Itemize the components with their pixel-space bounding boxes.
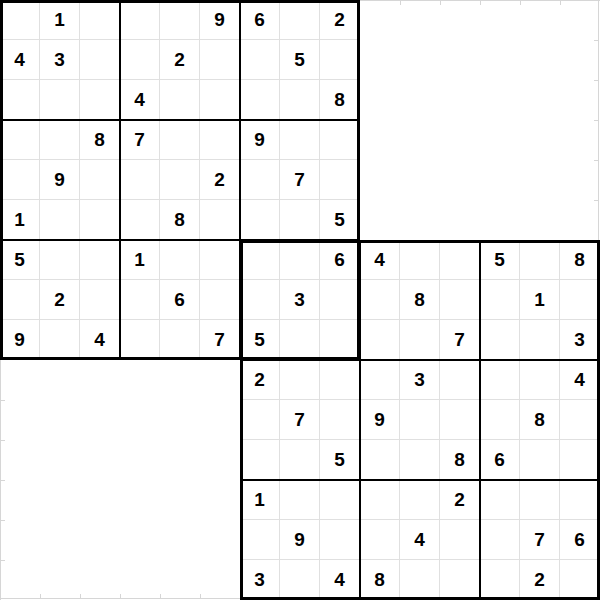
cell-r2c14	[520, 40, 560, 80]
cell-r8c7[interactable]	[240, 280, 280, 320]
box-border-hline	[240, 359, 600, 361]
cell-r13c9[interactable]	[320, 480, 360, 520]
cell-r9c15[interactable]: 3	[560, 320, 600, 360]
cell-r4c14	[520, 120, 560, 160]
cell-r5c14	[520, 160, 560, 200]
cell-r1c7[interactable]: 6	[240, 0, 280, 40]
cell-r1c5[interactable]	[160, 0, 200, 40]
cell-r3c8[interactable]	[280, 80, 320, 120]
cell-r3c5[interactable]	[160, 80, 200, 120]
cell-r5c4[interactable]	[120, 160, 160, 200]
cell-r10c7[interactable]: 2	[240, 360, 280, 400]
cell-r11c13[interactable]	[480, 400, 520, 440]
box-border-vline	[359, 240, 361, 600]
cell-r9c2[interactable]	[40, 320, 80, 360]
cell-r7c1[interactable]: 5	[0, 240, 40, 280]
cell-r2c10	[360, 40, 400, 80]
cell-r1c12	[440, 0, 480, 40]
cell-r3c4[interactable]: 4	[120, 80, 160, 120]
cell-r15c5	[160, 560, 200, 600]
cell-r9c13[interactable]	[480, 320, 520, 360]
cell-r3c1[interactable]	[0, 80, 40, 120]
cell-r4c7[interactable]: 9	[240, 120, 280, 160]
cell-r1c11	[400, 0, 440, 40]
cell-r6c10	[360, 200, 400, 240]
cell-r11c12[interactable]	[440, 400, 480, 440]
cell-r2c6[interactable]	[200, 40, 240, 80]
cell-r5c6[interactable]: 2	[200, 160, 240, 200]
cell-r7c3[interactable]	[80, 240, 120, 280]
cell-r9c12[interactable]: 7	[440, 320, 480, 360]
cell-r8c3[interactable]	[80, 280, 120, 320]
cell-r12c13[interactable]: 6	[480, 440, 520, 480]
cell-r13c2	[40, 480, 80, 520]
cell-r10c12[interactable]	[440, 360, 480, 400]
cell-r8c5[interactable]: 6	[160, 280, 200, 320]
cell-r9c6[interactable]: 7	[200, 320, 240, 360]
cell-r13c12[interactable]: 2	[440, 480, 480, 520]
cell-r1c1[interactable]	[0, 0, 40, 40]
cell-r6c2[interactable]	[40, 200, 80, 240]
cell-r10c8[interactable]	[280, 360, 320, 400]
cell-r2c15	[560, 40, 600, 80]
cell-r8c11[interactable]: 8	[400, 280, 440, 320]
cell-r12c1	[0, 440, 40, 480]
cell-r12c4	[120, 440, 160, 480]
sudoku-board: 1962432548879927185516458263819475732347…	[0, 0, 600, 600]
cell-r6c12	[440, 200, 480, 240]
cell-r12c14[interactable]	[520, 440, 560, 480]
cell-r3c14	[520, 80, 560, 120]
cell-r3c11	[400, 80, 440, 120]
cell-r11c11[interactable]	[400, 400, 440, 440]
cell-r13c6	[200, 480, 240, 520]
cell-r5c3[interactable]	[80, 160, 120, 200]
cell-r12c7[interactable]	[240, 440, 280, 480]
cell-r11c7[interactable]	[240, 400, 280, 440]
cell-r11c14[interactable]: 8	[520, 400, 560, 440]
cell-r14c11[interactable]: 4	[400, 520, 440, 560]
cell-r8c8[interactable]: 3	[280, 280, 320, 320]
cell-r14c8[interactable]: 9	[280, 520, 320, 560]
cell-r4c11	[400, 120, 440, 160]
cell-r14c10[interactable]	[360, 520, 400, 560]
cell-r14c4	[120, 520, 160, 560]
cell-r11c6	[200, 400, 240, 440]
cell-r1c14	[520, 0, 560, 40]
cell-r9c14[interactable]	[520, 320, 560, 360]
cell-r10c1	[0, 360, 40, 400]
cell-r13c3	[80, 480, 120, 520]
cell-r4c1[interactable]	[0, 120, 40, 160]
cell-r6c15	[560, 200, 600, 240]
cell-r15c4	[120, 560, 160, 600]
cell-r4c15	[560, 120, 600, 160]
cell-r11c4	[120, 400, 160, 440]
cell-r1c4[interactable]	[120, 0, 160, 40]
cell-r11c2	[40, 400, 80, 440]
cell-r3c13	[480, 80, 520, 120]
cell-r6c14	[520, 200, 560, 240]
cell-r15c3	[80, 560, 120, 600]
cell-r4c3[interactable]: 8	[80, 120, 120, 160]
cell-r2c13	[480, 40, 520, 80]
cell-r3c9[interactable]: 8	[320, 80, 360, 120]
cell-r8c1[interactable]	[0, 280, 40, 320]
cell-r14c12[interactable]	[440, 520, 480, 560]
cell-r14c1	[0, 520, 40, 560]
cell-r10c2	[40, 360, 80, 400]
cell-r9c1[interactable]: 9	[0, 320, 40, 360]
cell-r10c14[interactable]	[520, 360, 560, 400]
cell-r9c5[interactable]	[160, 320, 200, 360]
cell-r8c9[interactable]	[320, 280, 360, 320]
cell-r11c8[interactable]: 7	[280, 400, 320, 440]
cell-r15c8[interactable]	[280, 560, 320, 600]
cell-r2c2[interactable]: 3	[40, 40, 80, 80]
cell-r4c5[interactable]	[160, 120, 200, 160]
cell-r9c10[interactable]	[360, 320, 400, 360]
box-border-vline	[119, 0, 121, 360]
cell-r12c9[interactable]: 5	[320, 440, 360, 480]
cell-r7c6[interactable]	[200, 240, 240, 280]
cell-r1c6[interactable]: 9	[200, 0, 240, 40]
cell-r4c8[interactable]	[280, 120, 320, 160]
cell-r15c15[interactable]	[560, 560, 600, 600]
cell-r10c9[interactable]	[320, 360, 360, 400]
cell-r14c2	[40, 520, 80, 560]
cell-r4c12	[440, 120, 480, 160]
cell-r6c9[interactable]: 5	[320, 200, 360, 240]
cell-r6c1[interactable]: 1	[0, 200, 40, 240]
cell-r3c10	[360, 80, 400, 120]
cell-r7c4[interactable]: 1	[120, 240, 160, 280]
cell-r5c12	[440, 160, 480, 200]
cell-r5c9[interactable]	[320, 160, 360, 200]
cell-r12c15[interactable]	[560, 440, 600, 480]
cell-r11c3	[80, 400, 120, 440]
cell-r2c3[interactable]	[80, 40, 120, 80]
cell-r7c8[interactable]	[280, 240, 320, 280]
cell-r9c7[interactable]: 5	[240, 320, 280, 360]
cell-r13c5	[160, 480, 200, 520]
cell-r13c7[interactable]: 1	[240, 480, 280, 520]
cell-r10c10[interactable]	[360, 360, 400, 400]
cell-r10c15[interactable]: 4	[560, 360, 600, 400]
box-border-hline	[240, 479, 600, 481]
cell-r15c10[interactable]: 8	[360, 560, 400, 600]
cell-r11c10[interactable]: 9	[360, 400, 400, 440]
cell-r15c6	[200, 560, 240, 600]
cell-r1c9[interactable]: 2	[320, 0, 360, 40]
cell-r5c10	[360, 160, 400, 200]
box-border-vline	[240, 240, 243, 600]
cell-r8c12[interactable]	[440, 280, 480, 320]
cell-r7c5[interactable]	[160, 240, 200, 280]
sudoku-page: 1962432548879927185516458263819475732347…	[0, 0, 600, 600]
cell-r4c2[interactable]	[40, 120, 80, 160]
cell-r13c14[interactable]	[520, 480, 560, 520]
cell-r12c2	[40, 440, 80, 480]
cell-r12c12[interactable]: 8	[440, 440, 480, 480]
cell-r15c2	[40, 560, 80, 600]
cell-r15c13[interactable]	[480, 560, 520, 600]
cell-r4c6[interactable]	[200, 120, 240, 160]
cell-r1c8[interactable]	[280, 0, 320, 40]
cell-r6c7[interactable]	[240, 200, 280, 240]
cell-r7c11[interactable]	[400, 240, 440, 280]
box-border-vline	[0, 0, 3, 360]
cell-r5c2[interactable]: 9	[40, 160, 80, 200]
cell-r2c11	[400, 40, 440, 80]
box-border-hline	[0, 0, 360, 3]
cell-r13c1	[0, 480, 40, 520]
cell-r2c9[interactable]	[320, 40, 360, 80]
cell-r6c13	[480, 200, 520, 240]
cell-r12c6	[200, 440, 240, 480]
cell-r15c14[interactable]: 2	[520, 560, 560, 600]
cell-r3c2[interactable]	[40, 80, 80, 120]
cell-r7c7[interactable]	[240, 240, 280, 280]
cell-r10c11[interactable]: 3	[400, 360, 440, 400]
cell-r9c8[interactable]	[280, 320, 320, 360]
cell-r3c7[interactable]	[240, 80, 280, 120]
cell-r2c8[interactable]: 5	[280, 40, 320, 80]
cell-r8c6[interactable]	[200, 280, 240, 320]
cell-r13c4	[120, 480, 160, 520]
cell-r14c6	[200, 520, 240, 560]
cell-r4c9[interactable]	[320, 120, 360, 160]
cell-r5c11	[400, 160, 440, 200]
cell-r6c3[interactable]	[80, 200, 120, 240]
cell-r10c3	[80, 360, 120, 400]
cell-r6c8[interactable]	[280, 200, 320, 240]
cell-r4c4[interactable]: 7	[120, 120, 160, 160]
cell-r2c1[interactable]: 4	[0, 40, 40, 80]
cell-r2c7[interactable]	[240, 40, 280, 80]
cell-r15c7[interactable]: 3	[240, 560, 280, 600]
cell-r9c3[interactable]: 4	[80, 320, 120, 360]
cell-r4c10	[360, 120, 400, 160]
cell-r5c5[interactable]	[160, 160, 200, 200]
cell-r8c4[interactable]	[120, 280, 160, 320]
cell-r1c10	[360, 0, 400, 40]
cell-r6c5[interactable]: 8	[160, 200, 200, 240]
cell-r15c12[interactable]	[440, 560, 480, 600]
cell-r13c8[interactable]	[280, 480, 320, 520]
cell-r13c11[interactable]	[400, 480, 440, 520]
cell-r6c11	[400, 200, 440, 240]
cell-r3c12	[440, 80, 480, 120]
cell-r14c15[interactable]: 6	[560, 520, 600, 560]
cell-r14c13[interactable]	[480, 520, 520, 560]
cell-r7c9[interactable]: 6	[320, 240, 360, 280]
cell-r8c2[interactable]: 2	[40, 280, 80, 320]
cell-r14c14[interactable]: 7	[520, 520, 560, 560]
cell-r3c3[interactable]	[80, 80, 120, 120]
cell-r2c4[interactable]	[120, 40, 160, 80]
cell-r8c13[interactable]	[480, 280, 520, 320]
cell-r10c5	[160, 360, 200, 400]
cell-r10c4	[120, 360, 160, 400]
cell-r6c4[interactable]	[120, 200, 160, 240]
cell-r9c9[interactable]	[320, 320, 360, 360]
cell-r1c3[interactable]	[80, 0, 120, 40]
box-border-hline	[0, 119, 360, 121]
cell-r12c8[interactable]	[280, 440, 320, 480]
cell-r5c1[interactable]	[0, 160, 40, 200]
cell-r1c2[interactable]: 1	[40, 0, 80, 40]
cell-r5c15	[560, 160, 600, 200]
box-border-hline	[240, 240, 600, 243]
cell-r11c15[interactable]	[560, 400, 600, 440]
cell-r11c1	[0, 400, 40, 440]
cell-r7c12[interactable]	[440, 240, 480, 280]
cell-r8c10[interactable]	[360, 280, 400, 320]
cell-r13c10[interactable]	[360, 480, 400, 520]
cell-r12c10[interactable]	[360, 440, 400, 480]
cell-r8c15[interactable]	[560, 280, 600, 320]
cell-r15c11[interactable]	[400, 560, 440, 600]
cell-r7c15[interactable]: 8	[560, 240, 600, 280]
cell-r3c15	[560, 80, 600, 120]
cell-r12c3	[80, 440, 120, 480]
cell-r14c5	[160, 520, 200, 560]
box-border-vline	[479, 240, 481, 600]
cell-r7c14[interactable]	[520, 240, 560, 280]
cell-r12c5	[160, 440, 200, 480]
cell-r7c2[interactable]	[40, 240, 80, 280]
cell-r8c14[interactable]: 1	[520, 280, 560, 320]
cell-r11c9[interactable]	[320, 400, 360, 440]
cell-r12c11[interactable]	[400, 440, 440, 480]
cell-r9c4[interactable]	[120, 320, 160, 360]
cell-r14c3	[80, 520, 120, 560]
cell-r10c6	[200, 360, 240, 400]
cell-r10c13[interactable]	[480, 360, 520, 400]
cell-r7c10[interactable]: 4	[360, 240, 400, 280]
cell-r2c12	[440, 40, 480, 80]
cell-r2c5[interactable]: 2	[160, 40, 200, 80]
cell-r11c5	[160, 400, 200, 440]
cell-r3c6[interactable]	[200, 80, 240, 120]
cell-r7c13[interactable]: 5	[480, 240, 520, 280]
cell-r9c11[interactable]	[400, 320, 440, 360]
cell-r5c13	[480, 160, 520, 200]
cell-r15c9[interactable]: 4	[320, 560, 360, 600]
cell-r14c9[interactable]	[320, 520, 360, 560]
cell-r4c13	[480, 120, 520, 160]
cell-r5c7[interactable]	[240, 160, 280, 200]
cell-r13c15[interactable]	[560, 480, 600, 520]
cell-r6c6[interactable]	[200, 200, 240, 240]
cell-r5c8[interactable]: 7	[280, 160, 320, 200]
cell-r13c13[interactable]	[480, 480, 520, 520]
cell-r14c7[interactable]	[240, 520, 280, 560]
cell-r1c13	[480, 0, 520, 40]
cell-r15c1	[0, 560, 40, 600]
cell-r1c15	[560, 0, 600, 40]
